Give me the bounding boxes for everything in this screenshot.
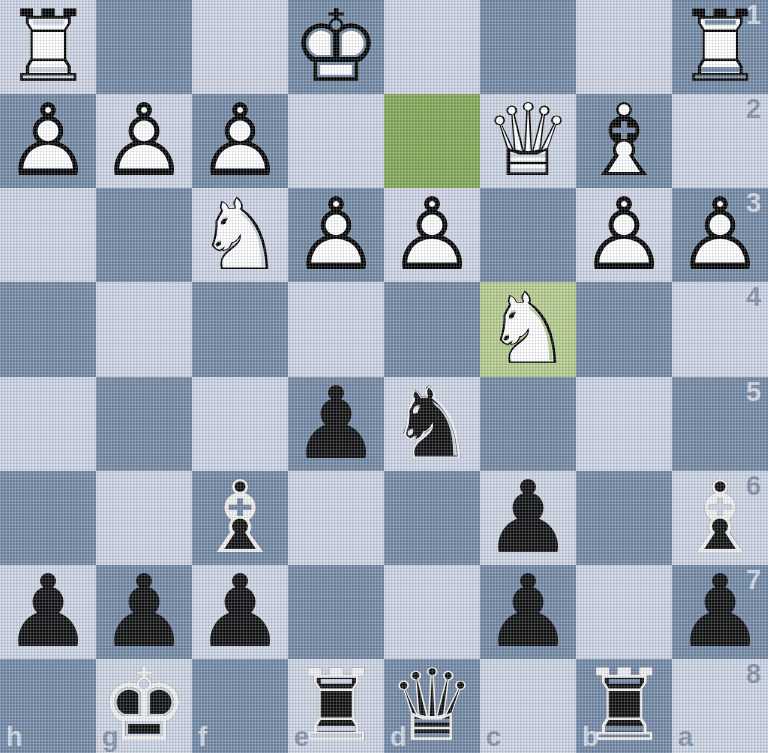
square-e2[interactable] — [288, 94, 384, 188]
square-f7[interactable]: ♟ — [192, 565, 288, 659]
square-c1[interactable] — [480, 0, 576, 94]
piece-glyph-line: ♘ — [195, 188, 285, 282]
square-d7[interactable] — [384, 565, 480, 659]
black-king[interactable]: ♚♔ — [96, 659, 192, 753]
square-c5[interactable] — [480, 377, 576, 471]
piece-glyph-fill: ♟ — [291, 188, 381, 282]
square-g4[interactable] — [96, 282, 192, 376]
square-g6[interactable] — [96, 471, 192, 565]
piece-glyph-fill: ♞ — [483, 282, 573, 376]
piece-glyph-fill: ♜ — [675, 0, 765, 94]
square-a6[interactable]: ♝♗6 — [672, 471, 768, 565]
square-e5[interactable]: ♟ — [288, 377, 384, 471]
piece-glyph-fill: ♚ — [99, 659, 189, 753]
piece-glyph-line: ♘ — [387, 377, 477, 471]
piece-glyph-fill: ♟ — [3, 94, 93, 188]
square-h8[interactable]: h — [0, 659, 96, 753]
rank-label-4: 4 — [746, 284, 761, 311]
square-g8[interactable]: ♚♔g — [96, 659, 192, 753]
rank-label-2: 2 — [746, 96, 761, 123]
chess-board: ♜♖♚♔♜♖1♟♙♟♙♟♙♛♕♝♗2♞♘♟♙♟♙♟♙♟♙3♞♘4♟♞♘5♝♗♟♝… — [0, 0, 768, 753]
piece-glyph-line: ♖ — [291, 659, 381, 753]
square-g3[interactable] — [96, 188, 192, 282]
square-c8[interactable]: c — [480, 659, 576, 753]
square-e3[interactable]: ♟♙ — [288, 188, 384, 282]
file-label-a: a — [678, 724, 693, 751]
square-c6[interactable]: ♟ — [480, 471, 576, 565]
piece-glyph-line: ♙ — [99, 94, 189, 188]
square-b1[interactable] — [576, 0, 672, 94]
square-a7[interactable]: ♟7 — [672, 565, 768, 659]
piece-glyph-fill: ♟ — [3, 565, 93, 659]
piece-glyph-fill: ♟ — [99, 94, 189, 188]
black-pawn[interactable]: ♟ — [192, 565, 288, 659]
white-pawn[interactable]: ♟♙ — [288, 188, 384, 282]
piece-glyph-fill: ♝ — [675, 471, 765, 565]
piece-glyph-fill: ♜ — [579, 659, 669, 753]
square-f1[interactable] — [192, 0, 288, 94]
square-a3[interactable]: ♟♙3 — [672, 188, 768, 282]
piece-glyph-fill: ♟ — [675, 565, 765, 659]
piece-glyph-fill: ♚ — [291, 0, 381, 94]
square-a2[interactable]: 2 — [672, 94, 768, 188]
piece-glyph-line: ♘ — [483, 282, 573, 376]
square-b2[interactable]: ♝♗ — [576, 94, 672, 188]
file-label-f: f — [198, 724, 207, 751]
piece-glyph-fill: ♝ — [579, 94, 669, 188]
piece-glyph-line: ♙ — [387, 188, 477, 282]
piece-glyph-fill: ♟ — [387, 188, 477, 282]
white-bishop[interactable]: ♝♗ — [576, 94, 672, 188]
black-pawn[interactable]: ♟ — [480, 471, 576, 565]
square-a4[interactable]: 4 — [672, 282, 768, 376]
piece-glyph-fill: ♛ — [483, 94, 573, 188]
black-pawn[interactable]: ♟ — [480, 565, 576, 659]
square-d5[interactable]: ♞♘ — [384, 377, 480, 471]
square-h3[interactable] — [0, 188, 96, 282]
square-h4[interactable] — [0, 282, 96, 376]
piece-glyph-fill: ♟ — [291, 377, 381, 471]
square-f3[interactable]: ♞♘ — [192, 188, 288, 282]
piece-glyph-fill: ♟ — [195, 94, 285, 188]
white-pawn[interactable]: ♟♙ — [0, 94, 96, 188]
piece-glyph-fill: ♟ — [483, 471, 573, 565]
square-d8[interactable]: ♛♕d — [384, 659, 480, 753]
square-f2[interactable]: ♟♙ — [192, 94, 288, 188]
piece-glyph-line: ♙ — [291, 188, 381, 282]
piece-glyph-fill: ♜ — [3, 0, 93, 94]
black-pawn[interactable]: ♟ — [96, 565, 192, 659]
white-pawn[interactable]: ♟♙ — [576, 188, 672, 282]
square-d3[interactable]: ♟♙ — [384, 188, 480, 282]
piece-glyph-line: ♙ — [3, 94, 93, 188]
white-knight[interactable]: ♞♘ — [192, 188, 288, 282]
piece-glyph-line: ♙ — [675, 188, 765, 282]
square-d2[interactable] — [384, 94, 480, 188]
piece-glyph-fill: ♟ — [579, 188, 669, 282]
piece-glyph-fill: ♞ — [387, 377, 477, 471]
white-king[interactable]: ♚♔ — [288, 0, 384, 94]
white-pawn[interactable]: ♟♙ — [192, 94, 288, 188]
square-b5[interactable] — [576, 377, 672, 471]
square-g2[interactable]: ♟♙ — [96, 94, 192, 188]
piece-glyph-line: ♔ — [291, 0, 381, 94]
piece-glyph-fill: ♛ — [387, 659, 477, 753]
chess-app: ♜♖♚♔♜♖1♟♙♟♙♟♙♛♕♝♗2♞♘♟♙♟♙♟♙♟♙3♞♘4♟♞♘5♝♗♟♝… — [0, 0, 768, 753]
square-e8[interactable]: ♜♖e — [288, 659, 384, 753]
square-h5[interactable] — [0, 377, 96, 471]
piece-glyph-line: ♙ — [195, 94, 285, 188]
piece-glyph-line: ♕ — [387, 659, 477, 753]
square-h6[interactable] — [0, 471, 96, 565]
black-pawn[interactable]: ♟ — [672, 565, 768, 659]
square-e6[interactable] — [288, 471, 384, 565]
square-f8[interactable]: f — [192, 659, 288, 753]
square-b6[interactable] — [576, 471, 672, 565]
piece-glyph-fill: ♟ — [483, 565, 573, 659]
black-rook[interactable]: ♜♖ — [288, 659, 384, 753]
piece-glyph-line: ♔ — [99, 659, 189, 753]
square-c4[interactable]: ♞♘ — [480, 282, 576, 376]
square-c3[interactable] — [480, 188, 576, 282]
piece-glyph-line: ♗ — [579, 94, 669, 188]
white-knight[interactable]: ♞♘ — [480, 282, 576, 376]
square-e7[interactable] — [288, 565, 384, 659]
square-c7[interactable]: ♟ — [480, 565, 576, 659]
piece-glyph-fill: ♟ — [195, 565, 285, 659]
rank-label-5: 5 — [746, 379, 761, 406]
piece-glyph-fill: ♟ — [675, 188, 765, 282]
square-a5[interactable]: 5 — [672, 377, 768, 471]
square-e4[interactable] — [288, 282, 384, 376]
black-pawn[interactable]: ♟ — [288, 377, 384, 471]
piece-glyph-line: ♗ — [195, 471, 285, 565]
square-f4[interactable] — [192, 282, 288, 376]
piece-glyph-fill: ♞ — [195, 188, 285, 282]
piece-glyph-fill: ♟ — [99, 565, 189, 659]
black-knight[interactable]: ♞♘ — [384, 377, 480, 471]
white-pawn[interactable]: ♟♙ — [96, 94, 192, 188]
square-b4[interactable] — [576, 282, 672, 376]
square-g5[interactable] — [96, 377, 192, 471]
black-queen[interactable]: ♛♕ — [384, 659, 480, 753]
square-b8[interactable]: ♜♖b — [576, 659, 672, 753]
square-e1[interactable]: ♚♔ — [288, 0, 384, 94]
square-h1[interactable]: ♜♖ — [0, 0, 96, 94]
white-rook[interactable]: ♜♖ — [0, 0, 96, 94]
square-f6[interactable]: ♝♗ — [192, 471, 288, 565]
square-c2[interactable]: ♛♕ — [480, 94, 576, 188]
square-d6[interactable] — [384, 471, 480, 565]
black-bishop[interactable]: ♝♗ — [192, 471, 288, 565]
square-h7[interactable]: ♟ — [0, 565, 96, 659]
piece-glyph-line: ♖ — [3, 0, 93, 94]
square-f5[interactable] — [192, 377, 288, 471]
piece-glyph-line: ♖ — [675, 0, 765, 94]
piece-glyph-line: ♖ — [579, 659, 669, 753]
black-pawn[interactable]: ♟ — [0, 565, 96, 659]
white-queen[interactable]: ♛♕ — [480, 94, 576, 188]
white-rook[interactable]: ♜♖ — [672, 0, 768, 94]
square-g1[interactable] — [96, 0, 192, 94]
square-h2[interactable]: ♟♙ — [0, 94, 96, 188]
square-a8[interactable]: 8a — [672, 659, 768, 753]
square-d1[interactable] — [384, 0, 480, 94]
white-pawn[interactable]: ♟♙ — [672, 188, 768, 282]
square-g7[interactable]: ♟ — [96, 565, 192, 659]
square-a1[interactable]: ♜♖1 — [672, 0, 768, 94]
piece-glyph-line: ♗ — [675, 471, 765, 565]
square-b3[interactable]: ♟♙ — [576, 188, 672, 282]
square-d4[interactable] — [384, 282, 480, 376]
piece-glyph-line: ♙ — [579, 188, 669, 282]
file-label-c: c — [486, 724, 501, 751]
rank-label-8: 8 — [746, 661, 761, 688]
piece-glyph-fill: ♜ — [291, 659, 381, 753]
black-bishop[interactable]: ♝♗ — [672, 471, 768, 565]
square-b7[interactable] — [576, 565, 672, 659]
piece-glyph-fill: ♝ — [195, 471, 285, 565]
piece-glyph-line: ♕ — [483, 94, 573, 188]
white-pawn[interactable]: ♟♙ — [384, 188, 480, 282]
file-label-h: h — [6, 724, 23, 751]
black-rook[interactable]: ♜♖ — [576, 659, 672, 753]
